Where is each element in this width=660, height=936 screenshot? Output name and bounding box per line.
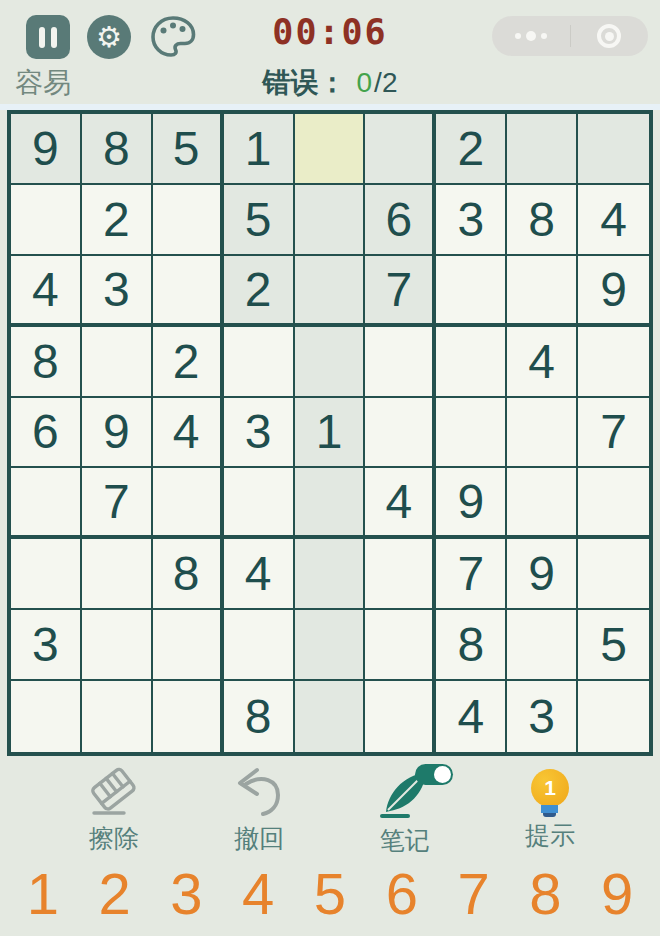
- more-icon: [515, 31, 547, 41]
- notes-label: 笔记: [380, 824, 430, 857]
- cell-r3c8[interactable]: [507, 256, 578, 327]
- cell-r3c3[interactable]: [153, 256, 224, 327]
- cell-r4c3[interactable]: 2: [153, 327, 224, 398]
- cell-r1c9[interactable]: [578, 114, 649, 185]
- cell-r2c3[interactable]: [153, 185, 224, 256]
- numpad-8[interactable]: 8: [509, 865, 581, 923]
- cell-r5c3[interactable]: 4: [153, 398, 224, 469]
- undo-arrow-icon: [232, 764, 286, 820]
- cell-r4c6[interactable]: [365, 327, 436, 398]
- sudoku-board: 98512256384432798246943177498479385843: [7, 110, 653, 756]
- cell-r6c7[interactable]: 9: [436, 468, 507, 539]
- cell-r2c4[interactable]: 5: [224, 185, 295, 256]
- erase-button[interactable]: 擦除: [72, 764, 156, 852]
- pause-button[interactable]: [26, 15, 70, 59]
- cell-r3c1[interactable]: 4: [11, 256, 82, 327]
- undo-button[interactable]: 撤回: [217, 764, 301, 852]
- cell-r1c8[interactable]: [507, 114, 578, 185]
- cell-r7c8[interactable]: 9: [507, 539, 578, 610]
- cell-r8c9[interactable]: 5: [578, 610, 649, 681]
- cell-r6c4[interactable]: [224, 468, 295, 539]
- cell-r7c7[interactable]: 7: [436, 539, 507, 610]
- cell-r2c8[interactable]: 8: [507, 185, 578, 256]
- number-pad: 123456789: [7, 852, 653, 936]
- mistakes-counter: 错误： 0 /2: [263, 64, 398, 102]
- cell-r8c5[interactable]: [295, 610, 366, 681]
- settings-button[interactable]: ⚙: [87, 15, 131, 59]
- cell-r1c6[interactable]: [365, 114, 436, 185]
- cell-r3c9[interactable]: 9: [578, 256, 649, 327]
- cell-r7c1[interactable]: [11, 539, 82, 610]
- numpad-2[interactable]: 2: [79, 865, 151, 923]
- erase-label: 擦除: [89, 822, 139, 855]
- cell-r1c4[interactable]: 1: [224, 114, 295, 185]
- difficulty-label: 容易: [15, 64, 71, 102]
- gear-icon: ⚙: [96, 23, 122, 52]
- cell-r2c2[interactable]: 2: [82, 185, 153, 256]
- timer: 00:06: [272, 12, 387, 52]
- cell-r7c9[interactable]: [578, 539, 649, 610]
- pause-icon: [39, 27, 57, 48]
- cell-r2c6[interactable]: 6: [365, 185, 436, 256]
- numpad-4[interactable]: 4: [222, 865, 294, 923]
- cell-r7c5[interactable]: [295, 539, 366, 610]
- tool-bar: 擦除 撤回 笔记 1 提示: [0, 756, 660, 852]
- cell-r6c6[interactable]: 4: [365, 468, 436, 539]
- cell-r7c2[interactable]: [82, 539, 153, 610]
- cell-r9c8[interactable]: 3: [507, 681, 578, 752]
- cell-r4c7[interactable]: [436, 327, 507, 398]
- numpad-3[interactable]: 3: [151, 865, 223, 923]
- cell-r2c7[interactable]: 3: [436, 185, 507, 256]
- undo-label: 撤回: [234, 822, 284, 855]
- cell-r8c3[interactable]: [153, 610, 224, 681]
- cell-r5c5[interactable]: 1: [295, 398, 366, 469]
- cell-r9c7[interactable]: 4: [436, 681, 507, 752]
- cell-r2c5[interactable]: [295, 185, 366, 256]
- cell-r4c9[interactable]: [578, 327, 649, 398]
- cell-r5c8[interactable]: [507, 398, 578, 469]
- cell-r3c5[interactable]: [295, 256, 366, 327]
- cell-r3c4[interactable]: 2: [224, 256, 295, 327]
- cell-r6c1[interactable]: [11, 468, 82, 539]
- cell-r3c2[interactable]: 3: [82, 256, 153, 327]
- cell-r3c7[interactable]: [436, 256, 507, 327]
- more-button[interactable]: [492, 31, 570, 41]
- cell-r9c4[interactable]: 8: [224, 681, 295, 752]
- numpad-5[interactable]: 5: [294, 865, 366, 923]
- cell-r4c8[interactable]: 4: [507, 327, 578, 398]
- hint-label: 提示: [525, 819, 575, 852]
- cell-r8c4[interactable]: [224, 610, 295, 681]
- info-bar: 容易 错误： 0 /2: [0, 62, 660, 104]
- cell-r8c1[interactable]: 3: [11, 610, 82, 681]
- top-bar: ⚙ 00:06: [0, 0, 660, 62]
- numpad-7[interactable]: 7: [438, 865, 510, 923]
- cell-r8c6[interactable]: [365, 610, 436, 681]
- cell-r8c7[interactable]: 8: [436, 610, 507, 681]
- cell-r9c2[interactable]: [82, 681, 153, 752]
- cell-r9c3[interactable]: [153, 681, 224, 752]
- cell-r9c6[interactable]: [365, 681, 436, 752]
- cell-r1c7[interactable]: 2: [436, 114, 507, 185]
- cell-r3c6[interactable]: 7: [365, 256, 436, 327]
- numpad-1[interactable]: 1: [7, 865, 79, 923]
- cell-r4c2[interactable]: [82, 327, 153, 398]
- cell-r9c1[interactable]: [11, 681, 82, 752]
- cell-r5c9[interactable]: 7: [578, 398, 649, 469]
- notes-button[interactable]: 笔记: [363, 764, 447, 852]
- cell-r8c2[interactable]: [82, 610, 153, 681]
- numpad-9[interactable]: 9: [581, 865, 653, 923]
- cell-r2c9[interactable]: 4: [578, 185, 649, 256]
- mistakes-label: 错误：: [263, 64, 347, 102]
- cell-r7c6[interactable]: [365, 539, 436, 610]
- cell-r7c3[interactable]: 8: [153, 539, 224, 610]
- record-circle-icon: [597, 24, 621, 48]
- cell-r5c4[interactable]: 3: [224, 398, 295, 469]
- cell-r2c1[interactable]: [11, 185, 82, 256]
- cell-r5c2[interactable]: 9: [82, 398, 153, 469]
- close-button[interactable]: [571, 24, 649, 48]
- palette-icon: [148, 14, 198, 60]
- cell-r6c5[interactable]: [295, 468, 366, 539]
- toggle-knob: [434, 766, 451, 783]
- cell-r1c3[interactable]: 5: [153, 114, 224, 185]
- cell-r6c8[interactable]: [507, 468, 578, 539]
- cell-r4c1[interactable]: 8: [11, 327, 82, 398]
- numpad-6[interactable]: 6: [366, 865, 438, 923]
- cell-r7c4[interactable]: 4: [224, 539, 295, 610]
- eraser-icon: [84, 764, 144, 820]
- cell-r8c8[interactable]: [507, 610, 578, 681]
- cell-r1c5[interactable]: [295, 114, 366, 185]
- cell-r1c2[interactable]: 8: [82, 114, 153, 185]
- lightbulb-icon: 1: [530, 764, 570, 817]
- miniprogram-capsule: [492, 16, 648, 56]
- cell-r9c5[interactable]: [295, 681, 366, 752]
- cell-r5c1[interactable]: 6: [11, 398, 82, 469]
- cell-r6c3[interactable]: [153, 468, 224, 539]
- cell-r9c9[interactable]: [578, 681, 649, 752]
- cell-r6c2[interactable]: 7: [82, 468, 153, 539]
- notes-toggle[interactable]: [415, 764, 453, 785]
- cell-r4c4[interactable]: [224, 327, 295, 398]
- mistakes-max: /2: [374, 67, 397, 99]
- mistakes-current: 0: [349, 67, 373, 99]
- hint-button[interactable]: 1 提示: [508, 764, 592, 852]
- hint-count-badge: 1: [531, 769, 569, 807]
- theme-button[interactable]: [148, 14, 198, 60]
- cell-r5c7[interactable]: [436, 398, 507, 469]
- cell-r4c5[interactable]: [295, 327, 366, 398]
- cell-r5c6[interactable]: [365, 398, 436, 469]
- cell-r6c9[interactable]: [578, 468, 649, 539]
- cell-r1c1[interactable]: 9: [11, 114, 82, 185]
